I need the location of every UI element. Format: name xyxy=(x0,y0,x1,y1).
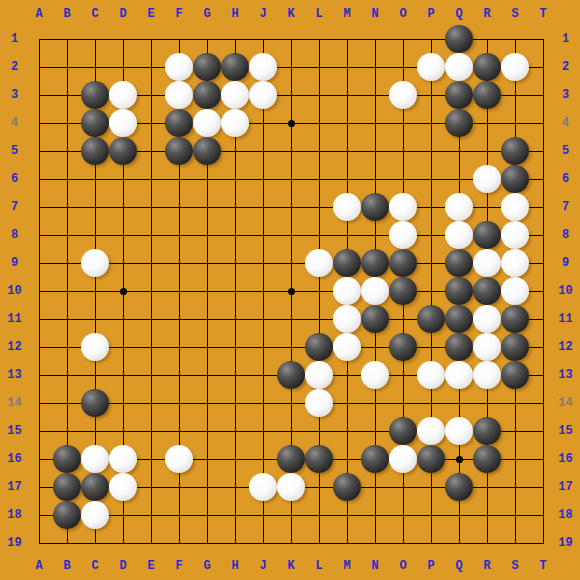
black-stone-L16 xyxy=(305,445,333,473)
coord-label: N xyxy=(361,6,389,22)
black-stone-S11 xyxy=(501,305,529,333)
white-stone-O8 xyxy=(389,221,417,249)
star-point xyxy=(288,288,295,295)
white-stone-R11 xyxy=(473,305,501,333)
coord-label: 18 xyxy=(1,507,28,523)
coord-label: F xyxy=(165,558,193,574)
coord-label: 11 xyxy=(552,311,579,327)
white-stone-O16 xyxy=(389,445,417,473)
black-stone-C14 xyxy=(81,389,109,417)
white-stone-K17 xyxy=(277,473,305,501)
white-stone-F3 xyxy=(165,81,193,109)
coord-label: A xyxy=(25,558,53,574)
white-stone-P2 xyxy=(417,53,445,81)
black-stone-M17 xyxy=(333,473,361,501)
black-stone-M9 xyxy=(333,249,361,277)
black-stone-G5 xyxy=(193,137,221,165)
black-stone-Q4 xyxy=(445,109,473,137)
coord-label: F xyxy=(165,6,193,22)
white-stone-F2 xyxy=(165,53,193,81)
black-stone-Q3 xyxy=(445,81,473,109)
white-stone-D4 xyxy=(109,109,137,137)
coord-label: G xyxy=(193,6,221,22)
black-stone-B18 xyxy=(53,501,81,529)
white-stone-S10 xyxy=(501,277,529,305)
coord-label: 10 xyxy=(1,283,28,299)
white-stone-C18 xyxy=(81,501,109,529)
black-stone-S12 xyxy=(501,333,529,361)
black-stone-Q11 xyxy=(445,305,473,333)
coord-label: 19 xyxy=(1,535,28,551)
coord-label: 4 xyxy=(552,115,579,131)
coord-label: 6 xyxy=(552,171,579,187)
coord-label: D xyxy=(109,558,137,574)
coord-label: 13 xyxy=(552,367,579,383)
black-stone-N16 xyxy=(361,445,389,473)
white-stone-C9 xyxy=(81,249,109,277)
coord-label: 16 xyxy=(1,451,28,467)
coord-label: Q xyxy=(445,6,473,22)
coord-label: J xyxy=(249,6,277,22)
black-stone-S6 xyxy=(501,165,529,193)
black-stone-P16 xyxy=(417,445,445,473)
coord-label: 12 xyxy=(552,339,579,355)
coord-label: 8 xyxy=(1,227,28,243)
coord-label: 9 xyxy=(1,255,28,271)
coord-label: L xyxy=(305,6,333,22)
black-stone-C3 xyxy=(81,81,109,109)
black-stone-G2 xyxy=(193,53,221,81)
black-stone-C4 xyxy=(81,109,109,137)
white-stone-Q13 xyxy=(445,361,473,389)
coord-label: 17 xyxy=(552,479,579,495)
coord-label: 15 xyxy=(552,423,579,439)
coord-label: 16 xyxy=(552,451,579,467)
coord-label: 14 xyxy=(552,395,579,411)
black-stone-B17 xyxy=(53,473,81,501)
coord-label: J xyxy=(249,558,277,574)
white-stone-F16 xyxy=(165,445,193,473)
white-stone-Q7 xyxy=(445,193,473,221)
black-stone-S5 xyxy=(501,137,529,165)
coord-label: D xyxy=(109,6,137,22)
black-stone-Q12 xyxy=(445,333,473,361)
white-stone-H3 xyxy=(221,81,249,109)
coord-label: C xyxy=(81,6,109,22)
coord-label: E xyxy=(137,6,165,22)
coord-label: 12 xyxy=(1,339,28,355)
black-stone-F5 xyxy=(165,137,193,165)
white-stone-P13 xyxy=(417,361,445,389)
white-stone-S2 xyxy=(501,53,529,81)
black-stone-O15 xyxy=(389,417,417,445)
coord-label: P xyxy=(417,558,445,574)
black-stone-R16 xyxy=(473,445,501,473)
white-stone-C16 xyxy=(81,445,109,473)
coord-label: T xyxy=(529,6,557,22)
coord-label: 2 xyxy=(1,59,28,75)
black-stone-K16 xyxy=(277,445,305,473)
black-stone-K13 xyxy=(277,361,305,389)
black-stone-Q17 xyxy=(445,473,473,501)
white-stone-C12 xyxy=(81,333,109,361)
white-stone-L9 xyxy=(305,249,333,277)
coord-label: K xyxy=(277,6,305,22)
white-stone-S9 xyxy=(501,249,529,277)
star-point xyxy=(456,456,463,463)
white-stone-R12 xyxy=(473,333,501,361)
black-stone-R3 xyxy=(473,81,501,109)
white-stone-M12 xyxy=(333,333,361,361)
black-stone-F4 xyxy=(165,109,193,137)
black-stone-R15 xyxy=(473,417,501,445)
coord-label: B xyxy=(53,558,81,574)
black-stone-O9 xyxy=(389,249,417,277)
coord-label: 5 xyxy=(552,143,579,159)
star-point xyxy=(288,120,295,127)
coord-label: 8 xyxy=(552,227,579,243)
coord-label: 1 xyxy=(1,31,28,47)
white-stone-L14 xyxy=(305,389,333,417)
coord-label: M xyxy=(333,558,361,574)
black-stone-S13 xyxy=(501,361,529,389)
coord-label: N xyxy=(361,558,389,574)
coord-label: P xyxy=(417,6,445,22)
black-stone-N11 xyxy=(361,305,389,333)
coord-label: 14 xyxy=(1,395,28,411)
black-stone-Q10 xyxy=(445,277,473,305)
coord-label: C xyxy=(81,558,109,574)
white-stone-O7 xyxy=(389,193,417,221)
coord-label: E xyxy=(137,558,165,574)
coord-label: B xyxy=(53,6,81,22)
black-stone-N7 xyxy=(361,193,389,221)
coord-label: 18 xyxy=(552,507,579,523)
white-stone-L13 xyxy=(305,361,333,389)
coord-label: O xyxy=(389,558,417,574)
go-board: ABCDEFGHJKLMNOPQRST ABCDEFGHJKLMNOPQRST … xyxy=(0,0,580,580)
black-stone-C17 xyxy=(81,473,109,501)
coord-label: 3 xyxy=(552,87,579,103)
black-stone-C5 xyxy=(81,137,109,165)
coord-label: 5 xyxy=(1,143,28,159)
white-stone-R9 xyxy=(473,249,501,277)
white-stone-P15 xyxy=(417,417,445,445)
coord-label: O xyxy=(389,6,417,22)
white-stone-O3 xyxy=(389,81,417,109)
coord-label: 9 xyxy=(552,255,579,271)
black-stone-R10 xyxy=(473,277,501,305)
white-stone-S7 xyxy=(501,193,529,221)
white-stone-Q2 xyxy=(445,53,473,81)
black-stone-R2 xyxy=(473,53,501,81)
white-stone-M10 xyxy=(333,277,361,305)
coord-label: S xyxy=(501,6,529,22)
coord-label: 17 xyxy=(1,479,28,495)
coord-label: 13 xyxy=(1,367,28,383)
black-stone-O12 xyxy=(389,333,417,361)
black-stone-B16 xyxy=(53,445,81,473)
coord-label: 1 xyxy=(552,31,579,47)
coord-label: K xyxy=(277,558,305,574)
white-stone-M11 xyxy=(333,305,361,333)
white-stone-Q8 xyxy=(445,221,473,249)
black-stone-N9 xyxy=(361,249,389,277)
coord-label: R xyxy=(473,558,501,574)
black-stone-Q9 xyxy=(445,249,473,277)
white-stone-J17 xyxy=(249,473,277,501)
black-stone-P11 xyxy=(417,305,445,333)
coord-label: 11 xyxy=(1,311,28,327)
white-stone-Q15 xyxy=(445,417,473,445)
black-stone-H2 xyxy=(221,53,249,81)
coord-label: 7 xyxy=(552,199,579,215)
black-stone-G3 xyxy=(193,81,221,109)
coord-label: H xyxy=(221,6,249,22)
white-stone-M7 xyxy=(333,193,361,221)
coord-label: 6 xyxy=(1,171,28,187)
coord-label: L xyxy=(305,558,333,574)
white-stone-J2 xyxy=(249,53,277,81)
coord-label: A xyxy=(25,6,53,22)
black-stone-Q1 xyxy=(445,25,473,53)
black-stone-L12 xyxy=(305,333,333,361)
white-stone-N13 xyxy=(361,361,389,389)
coord-label: 15 xyxy=(1,423,28,439)
black-stone-D5 xyxy=(109,137,137,165)
white-stone-D16 xyxy=(109,445,137,473)
black-stone-O10 xyxy=(389,277,417,305)
star-point xyxy=(120,288,127,295)
coord-label: 3 xyxy=(1,87,28,103)
white-stone-G4 xyxy=(193,109,221,137)
coord-label: Q xyxy=(445,558,473,574)
coord-label: 10 xyxy=(552,283,579,299)
white-stone-S8 xyxy=(501,221,529,249)
coord-label: 7 xyxy=(1,199,28,215)
white-stone-N10 xyxy=(361,277,389,305)
coord-label: S xyxy=(501,558,529,574)
coord-label: H xyxy=(221,558,249,574)
black-stone-R8 xyxy=(473,221,501,249)
coord-label: R xyxy=(473,6,501,22)
coord-label: G xyxy=(193,558,221,574)
coord-label: 19 xyxy=(552,535,579,551)
white-stone-D3 xyxy=(109,81,137,109)
white-stone-H4 xyxy=(221,109,249,137)
coord-label: 4 xyxy=(1,115,28,131)
white-stone-R6 xyxy=(473,165,501,193)
coord-label: 2 xyxy=(552,59,579,75)
white-stone-J3 xyxy=(249,81,277,109)
white-stone-D17 xyxy=(109,473,137,501)
coord-label: M xyxy=(333,6,361,22)
coord-label: T xyxy=(529,558,557,574)
white-stone-R13 xyxy=(473,361,501,389)
